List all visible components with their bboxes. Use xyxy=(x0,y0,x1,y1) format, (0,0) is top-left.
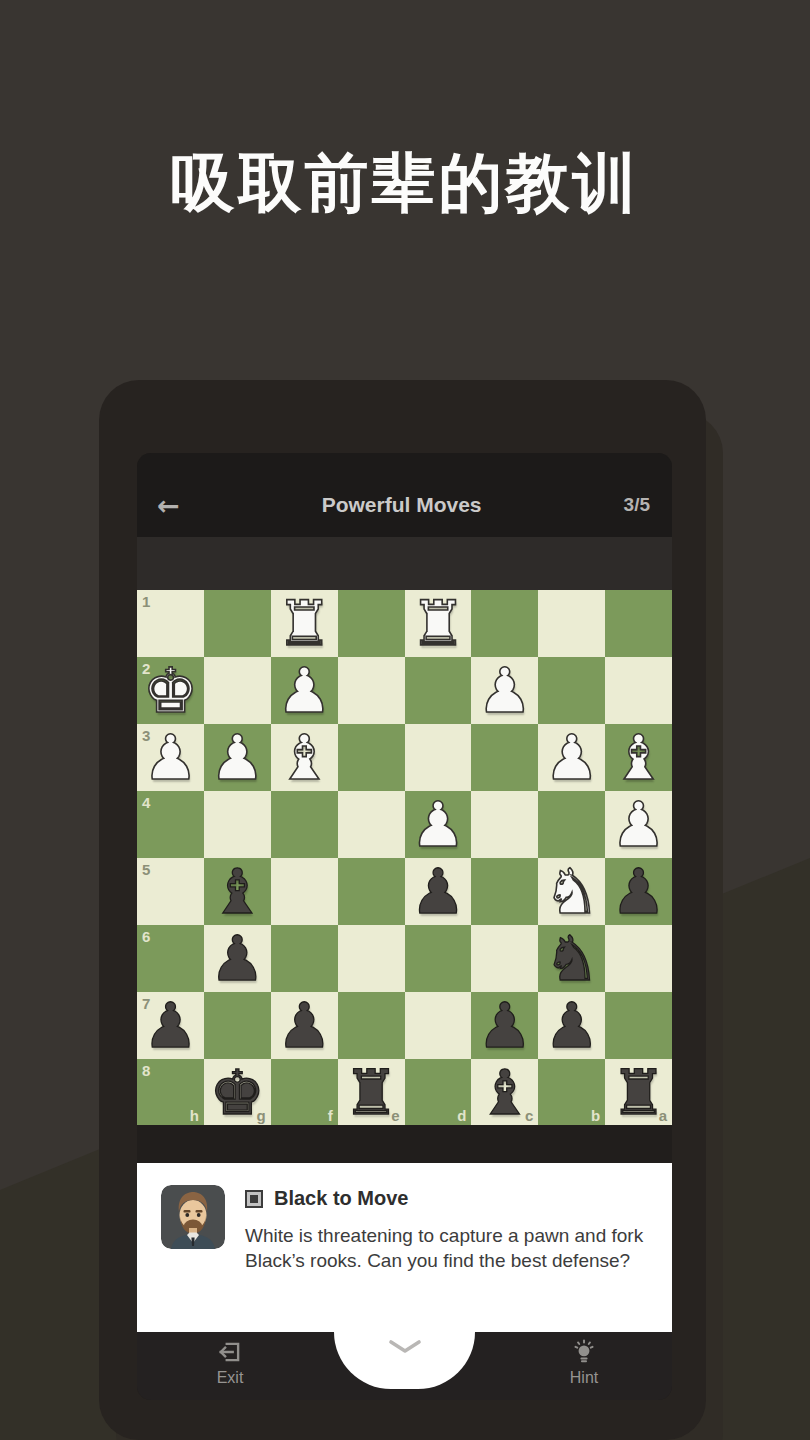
file-label-a: a xyxy=(659,1108,667,1123)
file-label-d: d xyxy=(457,1108,466,1123)
coach-avatar xyxy=(161,1185,225,1249)
square-h5[interactable]: 5 xyxy=(137,858,204,925)
exit-icon xyxy=(185,1338,275,1366)
hint-button[interactable]: Hint xyxy=(539,1338,629,1387)
square-g3[interactable]: ♟ xyxy=(204,724,271,791)
black-pawn: ♟ xyxy=(477,992,533,1059)
square-e4[interactable] xyxy=(338,791,405,858)
square-d6[interactable] xyxy=(405,925,472,992)
square-c5[interactable] xyxy=(471,858,538,925)
square-d7[interactable] xyxy=(405,992,472,1059)
square-b3[interactable]: ♟ xyxy=(538,724,605,791)
black-square-icon xyxy=(247,1192,261,1206)
white-pawn: ♟ xyxy=(544,724,600,791)
square-a4[interactable]: ♟ xyxy=(605,791,672,858)
white-pawn: ♟ xyxy=(276,657,332,724)
black-pawn: ♟ xyxy=(276,992,332,1059)
file-label-e: e xyxy=(391,1108,399,1123)
app-screen: ← Powerful Moves 3/5 1♜♜♚2♟♟♟3♟♝♟♝4♟♟5♝♟… xyxy=(137,453,672,1400)
square-f6[interactable] xyxy=(271,925,338,992)
file-label-f: f xyxy=(328,1108,333,1123)
square-d4[interactable]: ♟ xyxy=(405,791,472,858)
square-f8[interactable]: f xyxy=(271,1059,338,1126)
square-b2[interactable] xyxy=(538,657,605,724)
screenshot-stage: 吸取前辈的教训 ← Powerful Moves 3/5 1♜♜♚2♟♟♟3♟♝… xyxy=(0,0,810,1440)
lesson-progress-counter: 3/5 xyxy=(624,494,650,516)
white-rook: ♜ xyxy=(410,590,466,657)
white-pawn: ♟ xyxy=(143,724,199,791)
file-label-c: c xyxy=(525,1108,533,1123)
rank-label-7: 7 xyxy=(142,996,150,1011)
square-c8[interactable]: ♝c xyxy=(471,1059,538,1126)
header-substrip xyxy=(137,537,672,590)
square-e8[interactable]: ♜e xyxy=(338,1059,405,1126)
white-pawn: ♟ xyxy=(210,724,266,791)
hint-lightbulb-icon xyxy=(539,1338,629,1366)
board-bottom-gap xyxy=(137,1125,672,1163)
white-pawn: ♟ xyxy=(410,791,466,858)
exit-button[interactable]: Exit xyxy=(185,1338,275,1387)
square-c7[interactable]: ♟ xyxy=(471,992,538,1059)
chevron-down-icon[interactable] xyxy=(386,1338,424,1389)
square-b5[interactable]: ♞ xyxy=(538,858,605,925)
square-d5[interactable]: ♟ xyxy=(405,858,472,925)
lesson-header: ← Powerful Moves 3/5 xyxy=(137,453,672,537)
rank-label-4: 4 xyxy=(142,795,150,810)
square-d3[interactable] xyxy=(405,724,472,791)
square-h3[interactable]: ♟3 xyxy=(137,724,204,791)
exit-label: Exit xyxy=(185,1369,275,1387)
white-bishop: ♝ xyxy=(611,724,667,791)
black-pawn: ♟ xyxy=(611,858,667,925)
square-e3[interactable] xyxy=(338,724,405,791)
square-a5[interactable]: ♟ xyxy=(605,858,672,925)
white-pawn: ♟ xyxy=(477,657,533,724)
square-b1[interactable] xyxy=(538,590,605,657)
square-h8[interactable]: 8h xyxy=(137,1059,204,1126)
square-h7[interactable]: ♟7 xyxy=(137,992,204,1059)
square-g6[interactable]: ♟ xyxy=(204,925,271,992)
square-c1[interactable] xyxy=(471,590,538,657)
square-c6[interactable] xyxy=(471,925,538,992)
rank-label-5: 5 xyxy=(142,862,150,877)
square-f5[interactable] xyxy=(271,858,338,925)
square-e6[interactable] xyxy=(338,925,405,992)
square-f1[interactable]: ♜ xyxy=(271,590,338,657)
square-h2[interactable]: ♚2 xyxy=(137,657,204,724)
white-bishop: ♝ xyxy=(276,724,332,791)
square-a3[interactable]: ♝ xyxy=(605,724,672,791)
file-label-b: b xyxy=(591,1108,600,1123)
white-pawn: ♟ xyxy=(611,791,667,858)
square-b4[interactable] xyxy=(538,791,605,858)
square-f3[interactable]: ♝ xyxy=(271,724,338,791)
move-indicator-label: Black to Move xyxy=(274,1187,408,1210)
black-pawn: ♟ xyxy=(544,992,600,1059)
black-knight: ♞ xyxy=(544,925,600,992)
white-king: ♚ xyxy=(143,657,199,724)
square-a8[interactable]: ♜a xyxy=(605,1059,672,1126)
black-pawn: ♟ xyxy=(410,858,466,925)
square-b8[interactable]: b xyxy=(538,1059,605,1126)
square-e5[interactable] xyxy=(338,858,405,925)
square-h6[interactable]: 6 xyxy=(137,925,204,992)
square-b7[interactable]: ♟ xyxy=(538,992,605,1059)
square-h4[interactable]: 4 xyxy=(137,791,204,858)
hint-label: Hint xyxy=(539,1369,629,1387)
file-label-h: h xyxy=(190,1108,199,1123)
square-a1[interactable] xyxy=(605,590,672,657)
square-h1[interactable]: 1 xyxy=(137,590,204,657)
square-g1[interactable] xyxy=(204,590,271,657)
square-d1[interactable]: ♜ xyxy=(405,590,472,657)
rank-label-8: 8 xyxy=(142,1063,150,1078)
square-e2[interactable] xyxy=(338,657,405,724)
square-a6[interactable] xyxy=(605,925,672,992)
square-g4[interactable] xyxy=(204,791,271,858)
square-e1[interactable] xyxy=(338,590,405,657)
square-a7[interactable] xyxy=(605,992,672,1059)
square-g8[interactable]: ♚g xyxy=(204,1059,271,1126)
coach-text-block: Black to Move White is threatening to ca… xyxy=(245,1185,657,1273)
rank-label-3: 3 xyxy=(142,728,150,743)
square-f4[interactable] xyxy=(271,791,338,858)
black-bishop: ♝ xyxy=(210,858,266,925)
rank-label-2: 2 xyxy=(142,661,150,676)
square-b6[interactable]: ♞ xyxy=(538,925,605,992)
back-arrow-icon[interactable]: ← xyxy=(157,492,180,519)
coach-message: White is threatening to capture a pawn a… xyxy=(245,1223,657,1273)
rank-label-6: 6 xyxy=(142,929,150,944)
white-knight: ♞ xyxy=(544,858,600,925)
square-c2[interactable]: ♟ xyxy=(471,657,538,724)
marketing-headline: 吸取前辈的教训 xyxy=(0,140,810,227)
coach-card: Black to Move White is threatening to ca… xyxy=(137,1163,672,1332)
white-rook: ♜ xyxy=(276,590,332,657)
square-f2[interactable]: ♟ xyxy=(271,657,338,724)
move-indicator-row: Black to Move xyxy=(245,1187,657,1210)
lesson-title: Powerful Moves xyxy=(180,493,624,517)
square-f7[interactable]: ♟ xyxy=(271,992,338,1059)
rank-label-1: 1 xyxy=(142,594,150,609)
black-pawn: ♟ xyxy=(210,925,266,992)
square-a2[interactable] xyxy=(605,657,672,724)
square-g7[interactable] xyxy=(204,992,271,1059)
square-g2[interactable] xyxy=(204,657,271,724)
square-g5[interactable]: ♝ xyxy=(204,858,271,925)
square-d8[interactable]: d xyxy=(405,1059,472,1126)
square-c3[interactable] xyxy=(471,724,538,791)
square-c4[interactable] xyxy=(471,791,538,858)
file-label-g: g xyxy=(257,1108,266,1123)
square-e7[interactable] xyxy=(338,992,405,1059)
square-d2[interactable] xyxy=(405,657,472,724)
black-pawn: ♟ xyxy=(143,992,199,1059)
chess-board: 1♜♜♚2♟♟♟3♟♝♟♝4♟♟5♝♟♞♟6♟♞♟7♟♟♟8h♚gf♜ed♝cb… xyxy=(137,590,672,1125)
